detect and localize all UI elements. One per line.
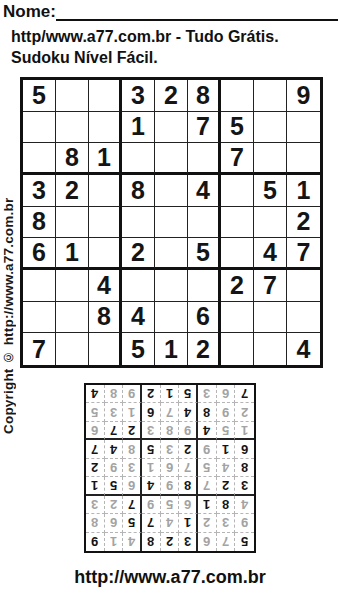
puzzle-cell-r2c9: [287, 112, 320, 144]
puzzle-cell-r4c2: 2: [56, 175, 89, 207]
puzzle-digit: 2: [164, 83, 178, 108]
puzzle-cell-r8c4: 4: [122, 302, 155, 334]
solution-cell-r5c3: 3: [123, 459, 142, 477]
puzzle-cell-r3c4: [122, 143, 155, 175]
puzzle-cell-r7c4: [122, 270, 155, 302]
solution-cell-r2c9: 2: [235, 403, 254, 421]
puzzle-cell-r2c6: 7: [188, 112, 221, 144]
puzzle-cell-r5c3: [89, 207, 122, 239]
solution-digit: 9: [128, 387, 135, 400]
puzzle-cell-r1c5: 2: [155, 80, 188, 112]
puzzle-cell-r9c1: 7: [23, 333, 56, 365]
solution-digit: 9: [147, 498, 154, 511]
solution-digit: 6: [241, 443, 248, 456]
solution-cell-r3c9: 1: [235, 422, 254, 440]
solution-digit: 3: [222, 516, 229, 529]
puzzle-cell-r4c4: 8: [122, 175, 155, 207]
puzzle-cell-r5c6: [188, 207, 221, 239]
puzzle-cell-r8c8: [254, 302, 287, 334]
puzzle-cell-r5c7: [221, 207, 254, 239]
puzzle-cell-r5c2: [56, 207, 89, 239]
puzzle-digit: 5: [32, 83, 46, 108]
puzzle-cell-r6c9: 7: [287, 238, 320, 270]
puzzle-digit: 7: [32, 337, 46, 362]
solution-cell-r8c4: 7: [142, 514, 161, 532]
solution-digit: 8: [91, 516, 98, 529]
puzzle-cell-r6c4: 2: [122, 238, 155, 270]
solution-cell-r1c4: 2: [142, 385, 161, 403]
solution-digit: 7: [184, 461, 191, 474]
puzzle-cell-r3c2: 8: [56, 143, 89, 175]
puzzle-cell-r2c1: [23, 112, 56, 144]
puzzle-digit: 6: [32, 240, 46, 265]
solution-cell-r1c1: 4: [86, 385, 105, 403]
puzzle-cell-r3c3: 1: [89, 143, 122, 175]
puzzle-cell-r6c1: 6: [23, 238, 56, 270]
solution-digit: 4: [184, 406, 191, 419]
solution-cell-r8c9: 9: [235, 514, 254, 532]
solution-cell-r9c3: 4: [123, 533, 142, 551]
puzzle-cell-r7c2: [56, 270, 89, 302]
solution-cell-r2c1: 5: [86, 403, 105, 421]
solution-digit: 4: [147, 479, 154, 492]
puzzle-digit: 7: [263, 273, 277, 298]
puzzle-digit: 4: [97, 273, 111, 298]
puzzle-cell-r6c6: 5: [188, 238, 221, 270]
solution-cell-r7c2: 2: [105, 496, 124, 514]
puzzle-digit: 1: [97, 145, 111, 170]
solution-cell-r1c6: 5: [179, 385, 198, 403]
solution-digit: 7: [203, 479, 210, 492]
puzzle-digit: 1: [131, 114, 145, 139]
solution-digit: 7: [128, 498, 135, 511]
puzzle-digit: 2: [196, 337, 210, 362]
solution-cell-r5c4: 1: [142, 459, 161, 477]
puzzle-cell-r3c8: [254, 143, 287, 175]
solution-cell-r3c6: 9: [179, 422, 198, 440]
solution-digit: 4: [203, 424, 210, 437]
solution-cell-r5c9: 8: [235, 459, 254, 477]
solution-cell-r1c5: 1: [161, 385, 180, 403]
puzzle-cell-r7c9: [287, 270, 320, 302]
puzzle-cell-r9c5: 1: [155, 333, 188, 365]
solution-digit: 6: [222, 387, 229, 400]
solution-digit: 6: [203, 535, 210, 548]
solution-digit: 8: [203, 406, 210, 419]
solution-digit: 5: [166, 498, 173, 511]
puzzle-cell-r4c5: [155, 175, 188, 207]
solution-cell-r8c6: 1: [179, 514, 198, 532]
puzzle-digit: 7: [230, 145, 244, 170]
solution-cell-r6c8: 2: [217, 477, 236, 495]
puzzle-cell-r1c6: 8: [188, 80, 221, 112]
solution-digit: 3: [203, 387, 210, 400]
footer-url-text: http://www.a77.com.br: [0, 567, 340, 588]
solution-cell-r2c7: 8: [198, 403, 217, 421]
puzzle-digit: 1: [297, 178, 311, 203]
puzzle-cell-r4c3: [89, 175, 122, 207]
puzzle-digit: 8: [196, 83, 210, 108]
puzzle-digit: 5: [230, 114, 244, 139]
solution-digit: 5: [128, 516, 135, 529]
solution-cell-r3c1: 6: [86, 422, 105, 440]
puzzle-cell-r1c8: [254, 80, 287, 112]
puzzle-cell-r1c9: 9: [287, 80, 320, 112]
puzzle-digit: 7: [297, 240, 311, 265]
solution-digit: 8: [147, 535, 154, 548]
solution-cell-r5c7: 5: [198, 459, 217, 477]
solution-cell-r9c5: 2: [161, 533, 180, 551]
puzzle-cell-r1c4: 3: [122, 80, 155, 112]
solution-digit: 5: [110, 479, 117, 492]
solution-cell-r9c2: 1: [105, 533, 124, 551]
solution-cell-r6c2: 5: [105, 477, 124, 495]
solution-cell-r7c4: 9: [142, 496, 161, 514]
puzzle-cell-r6c2: 1: [56, 238, 89, 270]
puzzle-digit: 1: [164, 337, 178, 362]
puzzle-cell-r9c2: [56, 333, 89, 365]
puzzle-cell-r3c9: [287, 143, 320, 175]
solution-digit: 7: [222, 535, 229, 548]
solution-cell-r3c5: 8: [161, 422, 180, 440]
solution-cell-r7c3: 7: [123, 496, 142, 514]
solution-digit: 7: [166, 406, 173, 419]
solution-cell-r3c3: 2: [123, 422, 142, 440]
puzzle-digit: 7: [196, 114, 210, 139]
puzzle-cell-r2c5: [155, 112, 188, 144]
solution-cell-r8c5: 4: [161, 514, 180, 532]
solution-digit: 4: [166, 516, 173, 529]
solution-cell-r4c6: 2: [179, 440, 198, 458]
puzzle-digit: 4: [263, 240, 277, 265]
puzzle-cell-r8c5: [155, 302, 188, 334]
puzzle-digit: 8: [65, 145, 79, 170]
puzzle-cell-r5c9: 2: [287, 207, 320, 239]
solution-cell-r9c9: 5: [235, 533, 254, 551]
solution-cell-r2c8: 9: [217, 403, 236, 421]
solution-cell-r7c9: 4: [235, 496, 254, 514]
site-header-text: http/www.a77.com.br - Tudo Grátis.: [11, 28, 279, 46]
puzzle-cell-r7c7: 2: [221, 270, 254, 302]
puzzle-digit: 8: [131, 178, 145, 203]
solution-digit: 7: [147, 516, 154, 529]
solution-digit: 3: [184, 535, 191, 548]
puzzle-cell-r6c7: [221, 238, 254, 270]
solution-digit: 1: [203, 498, 210, 511]
solution-digit: 9: [110, 461, 117, 474]
solution-digit: 5: [91, 406, 98, 419]
solution-cell-r6c4: 4: [142, 477, 161, 495]
puzzle-digit: 2: [131, 240, 145, 265]
solution-cell-r5c8: 4: [217, 459, 236, 477]
solution-cell-r9c4: 8: [142, 533, 161, 551]
solution-digit: 2: [184, 443, 191, 456]
solution-cell-r2c4: 6: [142, 403, 161, 421]
solution-cell-r5c2: 9: [105, 459, 124, 477]
solution-cell-r9c7: 6: [198, 533, 217, 551]
solution-digit: 6: [91, 424, 98, 437]
solution-digit: 4: [91, 387, 98, 400]
puzzle-digit: 4: [131, 304, 145, 329]
solution-cell-r2c2: 3: [105, 403, 124, 421]
solution-digit: 5: [147, 443, 154, 456]
solution-cell-r7c8: 8: [217, 496, 236, 514]
solution-digit: 4: [222, 461, 229, 474]
puzzle-cell-r9c3: [89, 333, 122, 365]
solution-cell-r3c2: 7: [105, 422, 124, 440]
solution-digit: 5: [241, 535, 248, 548]
puzzle-cell-r3c7: 7: [221, 143, 254, 175]
solution-digit: 7: [91, 443, 98, 456]
puzzle-digit: 5: [263, 178, 277, 203]
solution-digit: 5: [222, 424, 229, 437]
name-label: Nome:: [3, 2, 56, 22]
puzzle-digit: 9: [297, 83, 311, 108]
puzzle-digit: 8: [97, 304, 111, 329]
solution-digit: 1: [91, 479, 98, 492]
solution-digit: 8: [184, 479, 191, 492]
solution-digit: 8: [241, 461, 248, 474]
solution-cell-r3c8: 5: [217, 422, 236, 440]
solution-cell-r4c2: 4: [105, 440, 124, 458]
solution-cell-r2c6: 4: [179, 403, 198, 421]
solution-cell-r9c8: 7: [217, 533, 236, 551]
solution-cell-r5c1: 2: [86, 459, 105, 477]
solution-digit: 7: [241, 387, 248, 400]
solution-cell-r8c3: 5: [123, 514, 142, 532]
solution-digit: 6: [110, 516, 117, 529]
puzzle-cell-r8c9: [287, 302, 320, 334]
solution-digit: 2: [241, 406, 248, 419]
puzzle-cell-r8c6: 6: [188, 302, 221, 334]
solution-grid: 4892153675316748926723894517485329162931…: [84, 383, 256, 553]
solution-cell-r9c6: 3: [179, 533, 198, 551]
solution-digit: 3: [91, 498, 98, 511]
puzzle-digit: 5: [131, 337, 145, 362]
puzzle-cell-r4c8: 5: [254, 175, 287, 207]
solution-digit: 3: [241, 479, 248, 492]
solution-digit: 8: [166, 424, 173, 437]
puzzle-cell-r7c8: 7: [254, 270, 287, 302]
name-underline: [56, 19, 338, 21]
solution-cell-r7c6: 6: [179, 496, 198, 514]
puzzle-cell-r1c7: [221, 80, 254, 112]
solution-cell-r4c3: 8: [123, 440, 142, 458]
puzzle-cell-r5c5: [155, 207, 188, 239]
puzzle-cell-r5c8: [254, 207, 287, 239]
solution-cell-r6c6: 8: [179, 477, 198, 495]
puzzle-digit: 1: [65, 240, 79, 265]
solution-cell-r7c1: 3: [86, 496, 105, 514]
solution-digit: 9: [222, 406, 229, 419]
solution-digit: 2: [222, 479, 229, 492]
vertical-copyright-text: Copyright © http://www.a77.com.br: [1, 152, 18, 434]
solution-cell-r8c2: 6: [105, 514, 124, 532]
solution-digit: 6: [128, 479, 135, 492]
puzzle-cell-r9c7: [221, 333, 254, 365]
solution-cell-r1c9: 7: [235, 385, 254, 403]
solution-cell-r3c4: 3: [142, 422, 161, 440]
puzzle-cell-r9c6: 2: [188, 333, 221, 365]
solution-cell-r4c7: 9: [198, 440, 217, 458]
puzzle-cell-r2c7: 5: [221, 112, 254, 144]
solution-cell-r5c5: 6: [161, 459, 180, 477]
solution-digit: 2: [147, 387, 154, 400]
solution-digit: 4: [241, 498, 248, 511]
solution-digit: 3: [128, 461, 135, 474]
solution-cell-r1c3: 9: [123, 385, 142, 403]
solution-digit: 3: [147, 424, 154, 437]
solution-digit: 3: [110, 406, 117, 419]
solution-digit: 2: [203, 516, 210, 529]
solution-digit: 2: [128, 424, 135, 437]
puzzle-cell-r6c8: 4: [254, 238, 287, 270]
solution-digit: 3: [166, 443, 173, 456]
solution-cell-r2c3: 1: [123, 403, 142, 421]
solution-digit: 9: [184, 424, 191, 437]
puzzle-cell-r7c5: [155, 270, 188, 302]
solution-cell-r6c3: 6: [123, 477, 142, 495]
solution-cell-r5c6: 7: [179, 459, 198, 477]
puzzle-digit: 2: [297, 209, 311, 234]
solution-cell-r4c4: 5: [142, 440, 161, 458]
puzzle-digit: 4: [196, 178, 210, 203]
solution-digit: 5: [184, 387, 191, 400]
solution-digit: 7: [110, 424, 117, 437]
solution-digit: 6: [184, 498, 191, 511]
puzzle-grid: 532891758173284518261254742784675124: [20, 77, 323, 368]
puzzle-cell-r2c3: [89, 112, 122, 144]
solution-digit: 8: [110, 387, 117, 400]
puzzle-cell-r8c3: 8: [89, 302, 122, 334]
solution-cell-r1c8: 6: [217, 385, 236, 403]
solution-cell-r4c8: 1: [217, 440, 236, 458]
puzzle-cell-r5c1: 8: [23, 207, 56, 239]
solution-cell-r8c8: 3: [217, 514, 236, 532]
solution-cell-r8c1: 8: [86, 514, 105, 532]
puzzle-cell-r7c6: [188, 270, 221, 302]
puzzle-cell-r9c8: [254, 333, 287, 365]
puzzle-cell-r3c6: [188, 143, 221, 175]
solution-cell-r1c7: 3: [198, 385, 217, 403]
solution-digit: 2: [91, 461, 98, 474]
solution-digit: 9: [91, 535, 98, 548]
puzzle-digit: 3: [32, 178, 46, 203]
puzzle-cell-r4c6: 4: [188, 175, 221, 207]
printable-sudoku-page: Nome: http/www.a77.com.br - Tudo Grátis.…: [0, 0, 340, 596]
puzzle-cell-r6c3: [89, 238, 122, 270]
solution-digit: 2: [110, 498, 117, 511]
solution-digit: 1: [184, 516, 191, 529]
solution-cell-r6c7: 7: [198, 477, 217, 495]
solution-digit: 4: [110, 443, 117, 456]
puzzle-cell-r1c1: 5: [23, 80, 56, 112]
puzzle-cell-r5c4: [122, 207, 155, 239]
solution-digit: 9: [203, 443, 210, 456]
solution-digit: 1: [222, 443, 229, 456]
puzzle-cell-r2c4: 1: [122, 112, 155, 144]
puzzle-cell-r4c1: 3: [23, 175, 56, 207]
puzzle-cell-r7c3: 4: [89, 270, 122, 302]
solution-cell-r2c5: 7: [161, 403, 180, 421]
puzzle-cell-r2c8: [254, 112, 287, 144]
solution-cell-r4c1: 7: [86, 440, 105, 458]
puzzle-cell-r9c4: 5: [122, 333, 155, 365]
solution-digit: 6: [147, 406, 154, 419]
solution-digit: 9: [166, 479, 173, 492]
solution-digit: 2: [166, 535, 173, 548]
solution-cell-r9c1: 9: [86, 533, 105, 551]
solution-cell-r8c7: 2: [198, 514, 217, 532]
puzzle-cell-r8c7: [221, 302, 254, 334]
solution-cell-r6c9: 3: [235, 477, 254, 495]
solution-digit: 9: [241, 516, 248, 529]
solution-cell-r1c2: 8: [105, 385, 124, 403]
solution-cell-r6c5: 9: [161, 477, 180, 495]
solution-cell-r3c7: 4: [198, 422, 217, 440]
puzzle-cell-r8c1: [23, 302, 56, 334]
solution-digit: 5: [203, 461, 210, 474]
solution-digit: 1: [166, 387, 173, 400]
solution-digit: 1: [241, 424, 248, 437]
solution-digit: 4: [128, 535, 135, 548]
solution-cell-r4c9: 6: [235, 440, 254, 458]
puzzle-digit: 5: [196, 240, 210, 265]
puzzle-digit: 2: [65, 178, 79, 203]
puzzle-digit: 8: [32, 209, 46, 234]
solution-digit: 1: [128, 406, 135, 419]
solution-digit: 1: [110, 535, 117, 548]
puzzle-digit: 2: [230, 273, 244, 298]
puzzle-cell-r3c1: [23, 143, 56, 175]
puzzle-digit: 6: [196, 304, 210, 329]
solution-cell-r7c7: 1: [198, 496, 217, 514]
puzzle-cell-r1c3: [89, 80, 122, 112]
puzzle-cell-r3c5: [155, 143, 188, 175]
solution-digit: 6: [166, 461, 173, 474]
puzzle-cell-r9c9: 4: [287, 333, 320, 365]
puzzle-cell-r6c5: [155, 238, 188, 270]
puzzle-cell-r4c7: [221, 175, 254, 207]
puzzle-cell-r7c1: [23, 270, 56, 302]
solution-cell-r7c5: 5: [161, 496, 180, 514]
puzzle-digit: 4: [297, 337, 311, 362]
solution-digit: 1: [147, 461, 154, 474]
difficulty-title: Sudoku Nível Fácil.: [11, 49, 158, 67]
puzzle-digit: 3: [131, 83, 145, 108]
solution-digit: 8: [222, 498, 229, 511]
puzzle-cell-r2c2: [56, 112, 89, 144]
puzzle-cell-r4c9: 1: [287, 175, 320, 207]
puzzle-cell-r8c2: [56, 302, 89, 334]
puzzle-cell-r1c2: [56, 80, 89, 112]
solution-cell-r4c5: 3: [161, 440, 180, 458]
solution-cell-r6c1: 1: [86, 477, 105, 495]
solution-digit: 8: [128, 443, 135, 456]
